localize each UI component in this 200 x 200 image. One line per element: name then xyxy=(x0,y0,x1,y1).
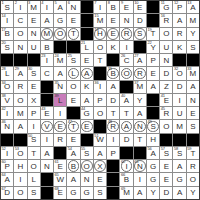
cell-letter: G xyxy=(70,188,76,199)
cell-number: 68 xyxy=(55,187,59,192)
cell-13-8[interactable]: X xyxy=(94,160,106,172)
cell-13-13[interactable]: E xyxy=(160,160,172,172)
cell-10-15[interactable]: S xyxy=(187,120,199,132)
cell-number: 19 xyxy=(147,28,151,33)
cell-6-13[interactable]: D xyxy=(160,67,172,79)
cell-3-2[interactable]: O xyxy=(14,28,26,40)
cell-11-12[interactable]: H xyxy=(147,134,159,146)
cell-letter: E xyxy=(124,3,129,14)
cell-number: 41 xyxy=(161,94,165,99)
cell-number: 56 xyxy=(147,147,151,152)
cell-3-1[interactable]: 17B xyxy=(1,28,13,40)
cell-13-2[interactable]: H xyxy=(14,160,26,172)
cell-9-13[interactable]: 45R xyxy=(160,107,172,119)
cell-letter: H xyxy=(150,135,156,146)
cell-7-13[interactable]: Z xyxy=(160,81,172,93)
cell-letter: T xyxy=(71,29,76,40)
cell-4-12[interactable]: 22Y xyxy=(147,41,159,53)
cell-3-12[interactable]: 19T xyxy=(147,28,159,40)
cell-letter: E xyxy=(71,135,76,146)
cell-2-3[interactable]: E xyxy=(28,14,40,26)
cell-6-1[interactable]: 28L xyxy=(1,67,13,79)
cell-8-6[interactable]: E xyxy=(67,94,79,106)
cell-9-1[interactable]: 42I xyxy=(1,107,13,119)
cell-8-15[interactable]: N xyxy=(187,94,199,106)
cell-letter: I xyxy=(59,109,61,120)
cell-15-6[interactable]: G xyxy=(67,187,79,199)
cell-3-3[interactable]: N xyxy=(28,28,40,40)
cell-letter: O xyxy=(163,29,169,40)
cell-11-9[interactable]: I xyxy=(107,134,119,146)
cell-15-15[interactable]: Y xyxy=(187,187,199,199)
cell-9-5[interactable]: I xyxy=(54,107,66,119)
cell-3-5[interactable]: O xyxy=(54,28,66,40)
cell-9-3[interactable]: P xyxy=(28,107,40,119)
cell-15-13[interactable]: D xyxy=(160,187,172,199)
cell-number: 54 xyxy=(68,147,72,152)
cell-10-7[interactable]: E xyxy=(81,120,93,132)
cell-15-5[interactable]: 68E xyxy=(54,187,66,199)
cell-14-12[interactable]: G xyxy=(147,173,159,185)
cell-5-5[interactable]: 24M xyxy=(54,54,66,66)
cell-3-4[interactable]: M xyxy=(41,28,53,40)
cell-letter: R xyxy=(18,82,24,93)
cell-11-8[interactable]: 51W xyxy=(94,134,106,146)
cell-letter: I xyxy=(6,149,8,160)
cell-letter: E xyxy=(31,82,36,93)
cell-number: 25 xyxy=(68,54,72,59)
block-12-5 xyxy=(54,147,66,159)
cell-11-11[interactable]: T xyxy=(134,134,146,146)
block-15-9 xyxy=(107,187,119,199)
cell-14-11[interactable]: I xyxy=(134,173,146,185)
cell-9-10[interactable]: T xyxy=(120,107,132,119)
cell-6-12[interactable]: E xyxy=(147,67,159,79)
cell-letter: N xyxy=(190,96,196,107)
cell-14-1[interactable]: 64A xyxy=(1,173,13,185)
cell-10-11[interactable]: N xyxy=(134,120,146,132)
cell-12-1[interactable]: 52I xyxy=(1,147,13,159)
cell-10-4[interactable]: V xyxy=(41,120,53,132)
cell-letter: E xyxy=(150,69,155,80)
cell-15-1[interactable]: 67D xyxy=(1,187,13,199)
cell-3-13[interactable]: O xyxy=(160,28,172,40)
cell-7-8[interactable]: 36I xyxy=(94,81,106,93)
cell-number: 38 xyxy=(2,94,6,99)
cell-2-13[interactable]: 16R xyxy=(160,14,172,26)
cell-1-1[interactable]: 1S xyxy=(1,1,13,13)
block-5-15 xyxy=(187,54,199,66)
cell-14-14[interactable]: G xyxy=(173,173,185,185)
cell-1-3[interactable]: 3M xyxy=(28,1,40,13)
cell-9-9[interactable]: T xyxy=(107,107,119,119)
cell-14-7[interactable]: N xyxy=(81,173,93,185)
cell-6-10[interactable]: O xyxy=(120,67,132,79)
cell-number: 22 xyxy=(147,41,151,46)
cell-15-3[interactable]: S xyxy=(28,187,40,199)
cell-number: 51 xyxy=(94,134,98,139)
cell-12-7[interactable]: 55S xyxy=(81,147,93,159)
cell-number: 63 xyxy=(134,160,138,165)
cell-letter: I xyxy=(125,43,127,54)
cell-14-2[interactable]: I xyxy=(14,173,26,185)
cell-letter: A xyxy=(150,82,155,93)
cell-number: 20 xyxy=(2,41,6,46)
cell-number: 26 xyxy=(121,54,125,59)
cell-letter: P xyxy=(111,149,116,160)
cell-7-11[interactable]: 37M xyxy=(134,81,146,93)
cell-letter: A xyxy=(190,82,195,93)
cell-number: 31 xyxy=(108,67,112,72)
cell-6-7[interactable]: A xyxy=(81,67,93,79)
cell-6-11[interactable]: R xyxy=(134,67,146,79)
cell-14-8[interactable]: E xyxy=(94,173,106,185)
cell-13-4[interactable]: N xyxy=(41,160,53,172)
block-5-9 xyxy=(107,54,119,66)
cell-letter: K xyxy=(84,82,89,93)
cell-letter: X xyxy=(97,162,102,173)
cell-15-14[interactable]: A xyxy=(173,187,185,199)
cell-4-3[interactable]: U xyxy=(28,41,40,53)
cell-letter: I xyxy=(112,135,114,146)
cell-letter: S xyxy=(31,188,36,199)
cell-number: 16 xyxy=(161,14,165,19)
cell-12-2[interactable]: 53O xyxy=(14,147,26,159)
cell-letter: O xyxy=(17,29,23,40)
cell-number: 40 xyxy=(121,94,125,99)
cell-14-15[interactable]: O xyxy=(187,173,199,185)
cell-number: 43 xyxy=(41,107,45,112)
cell-3-14[interactable]: R xyxy=(173,28,185,40)
cell-letter: Y xyxy=(150,188,155,199)
cell-10-6[interactable]: 47T xyxy=(67,120,79,132)
cell-10-13[interactable]: O xyxy=(160,120,172,132)
cell-11-6[interactable]: E xyxy=(67,134,79,146)
cell-number: 12 xyxy=(174,1,178,6)
cell-10-10[interactable]: A xyxy=(120,120,132,132)
cell-9-7[interactable]: 44G xyxy=(81,107,93,119)
cell-8-3[interactable]: X xyxy=(28,94,40,106)
cell-10-2[interactable]: A xyxy=(14,120,26,132)
cell-5-12[interactable]: P xyxy=(147,54,159,66)
cell-10-12[interactable]: 49S xyxy=(147,120,159,132)
cell-7-1[interactable]: 34O xyxy=(1,81,13,93)
cell-number: 47 xyxy=(68,120,72,125)
cell-6-14[interactable]: 32O xyxy=(173,67,185,79)
cell-number: 67 xyxy=(2,187,6,192)
cell-5-6[interactable]: 25S xyxy=(67,54,79,66)
cell-2-5[interactable]: G xyxy=(54,14,66,26)
cell-letter: L xyxy=(85,43,89,54)
cell-letter: L xyxy=(71,69,75,80)
cell-number: 7 xyxy=(94,1,96,6)
cell-5-7[interactable]: E xyxy=(81,54,93,66)
cell-15-11[interactable]: A xyxy=(134,187,146,199)
cell-4-8[interactable]: O xyxy=(94,41,106,53)
cell-letter: O xyxy=(31,162,37,173)
cell-2-15[interactable]: M xyxy=(187,14,199,26)
cell-12-13[interactable]: 57S xyxy=(160,147,172,159)
cell-number: 69 xyxy=(121,187,125,192)
cell-7-5[interactable]: 35N xyxy=(54,81,66,93)
cell-5-11[interactable]: 27A xyxy=(134,54,146,66)
cell-number: 32 xyxy=(174,67,178,72)
cell-14-5[interactable]: 65W xyxy=(54,173,66,185)
cell-letter: D xyxy=(137,16,143,27)
cell-letter: E xyxy=(164,175,169,186)
cell-12-14[interactable]: 58S xyxy=(173,147,185,159)
cell-15-2[interactable]: O xyxy=(14,187,26,199)
cell-14-3[interactable]: L xyxy=(28,173,40,185)
cell-12-9[interactable]: P xyxy=(107,147,119,159)
cell-13-12[interactable]: G xyxy=(147,160,159,172)
cell-13-15[interactable]: R xyxy=(187,160,199,172)
cell-number: 35 xyxy=(55,81,59,86)
cell-letter: C xyxy=(18,16,24,27)
cell-8-10[interactable]: 40A xyxy=(120,94,132,106)
cell-letter: M xyxy=(30,3,37,14)
cell-8-9[interactable]: D xyxy=(107,94,119,106)
cell-3-15[interactable]: Y xyxy=(187,28,199,40)
cell-number: 58 xyxy=(174,147,178,152)
cell-13-10[interactable]: 62I xyxy=(120,160,132,172)
cell-4-7[interactable]: 21L xyxy=(81,41,93,53)
cell-9-4[interactable]: 43E xyxy=(41,107,53,119)
cell-4-15[interactable]: S xyxy=(187,41,199,53)
cell-letter: E xyxy=(111,16,116,27)
cell-4-10[interactable]: I xyxy=(120,41,132,53)
block-13-9 xyxy=(107,160,119,172)
cell-1-15[interactable]: 13A xyxy=(187,1,199,13)
cell-letter: K xyxy=(177,43,182,54)
cell-5-8[interactable]: T xyxy=(94,54,106,66)
cell-2-6[interactable]: E xyxy=(67,14,79,26)
cell-letter: E xyxy=(71,16,76,27)
cell-6-6[interactable]: L xyxy=(67,67,79,79)
block-8-12 xyxy=(147,94,159,106)
cell-8-14[interactable]: I xyxy=(173,94,185,106)
cell-13-5[interactable]: 61E xyxy=(54,160,66,172)
cell-3-11[interactable]: S xyxy=(134,28,146,40)
cell-15-12[interactable]: Y xyxy=(147,187,159,199)
cell-letter: H xyxy=(18,162,24,173)
cell-2-9[interactable]: E xyxy=(107,14,119,26)
cell-5-10[interactable]: 26C xyxy=(120,54,132,66)
cell-13-7[interactable]: O xyxy=(81,160,93,172)
cell-9-11[interactable]: A xyxy=(134,107,146,119)
cell-9-2[interactable]: M xyxy=(14,107,26,119)
cell-7-12[interactable]: A xyxy=(147,81,159,93)
cell-letter: P xyxy=(97,96,102,107)
block-11-14 xyxy=(173,134,185,146)
cell-6-2[interactable]: 29A xyxy=(14,67,26,79)
cell-13-3[interactable]: O xyxy=(28,160,40,172)
cell-1-6[interactable]: 6N xyxy=(67,1,79,13)
cell-10-5[interactable]: E xyxy=(54,120,66,132)
cell-letter: I xyxy=(178,96,180,107)
cell-1-13[interactable]: 11G xyxy=(160,1,172,13)
block-10-8 xyxy=(94,120,106,132)
cell-8-5[interactable]: 39L xyxy=(54,94,66,106)
cell-letter: A xyxy=(44,149,49,160)
cell-4-4[interactable]: B xyxy=(41,41,53,53)
cell-letter: E xyxy=(58,122,63,133)
cell-8-13[interactable]: 41E xyxy=(160,94,172,106)
cell-letter: U xyxy=(163,43,169,54)
cell-4-1[interactable]: 20S xyxy=(1,41,13,53)
cell-8-11[interactable]: Y xyxy=(134,94,146,106)
cell-7-15[interactable]: A xyxy=(187,81,199,93)
cell-1-11[interactable]: 10E xyxy=(134,1,146,13)
cell-letter: V xyxy=(44,122,49,133)
cell-2-1[interactable]: 14I xyxy=(1,14,13,26)
cell-12-3[interactable]: T xyxy=(28,147,40,159)
cell-letter: C xyxy=(44,69,50,80)
cell-2-8[interactable]: 15M xyxy=(94,14,106,26)
cell-11-4[interactable]: I xyxy=(41,134,53,146)
cell-9-15[interactable]: E xyxy=(187,107,199,119)
block-4-6 xyxy=(67,41,79,53)
cell-15-8[interactable]: S xyxy=(94,187,106,199)
cell-6-9[interactable]: 31B xyxy=(107,67,119,79)
cell-3-6[interactable]: T xyxy=(67,28,79,40)
cell-7-3[interactable]: E xyxy=(28,81,40,93)
cell-2-4[interactable]: A xyxy=(41,14,53,26)
cell-letter: P xyxy=(150,56,155,67)
cell-number: 39 xyxy=(55,94,59,99)
cell-number: 9 xyxy=(121,1,123,6)
cell-letter: O xyxy=(123,69,129,80)
block-4-11 xyxy=(134,41,146,53)
cell-letter: O xyxy=(70,82,76,93)
cell-3-9[interactable]: E xyxy=(107,28,119,40)
cell-13-11[interactable]: 63N xyxy=(134,160,146,172)
cell-number: 1 xyxy=(2,1,4,6)
block-14-9 xyxy=(107,173,119,185)
cell-12-6[interactable]: 54A xyxy=(67,147,79,159)
cell-letter: N xyxy=(163,56,169,67)
cell-14-13[interactable]: E xyxy=(160,173,172,185)
cell-5-4[interactable]: 23I xyxy=(41,54,53,66)
cell-2-2[interactable]: C xyxy=(14,14,26,26)
cell-11-5[interactable]: R xyxy=(54,134,66,146)
cell-1-4[interactable]: 4I xyxy=(41,1,53,13)
cell-5-13[interactable]: N xyxy=(160,54,172,66)
cell-2-14[interactable]: A xyxy=(173,14,185,26)
cell-letter: A xyxy=(124,122,129,133)
block-5-1 xyxy=(1,54,13,66)
cell-3-10[interactable]: R xyxy=(120,28,132,40)
cell-8-1[interactable]: 38V xyxy=(1,94,13,106)
cell-number: 37 xyxy=(134,81,138,86)
cell-11-10[interactable]: D xyxy=(120,134,132,146)
cell-4-14[interactable]: K xyxy=(173,41,185,53)
cell-1-5[interactable]: 5A xyxy=(54,1,66,13)
cell-8-2[interactable]: O xyxy=(14,94,26,106)
block-9-6 xyxy=(67,107,79,119)
cell-15-10[interactable]: 69M xyxy=(120,187,132,199)
cell-number: 44 xyxy=(81,107,85,112)
block-4-5 xyxy=(54,41,66,53)
cell-6-3[interactable]: 30S xyxy=(28,67,40,79)
cell-6-15[interactable]: 33M xyxy=(187,67,199,79)
cell-number: 13 xyxy=(187,1,191,6)
cell-number: 36 xyxy=(94,81,98,86)
cell-10-1[interactable]: 46N xyxy=(1,120,13,132)
cell-number: 5 xyxy=(55,1,57,6)
cell-7-9[interactable]: A xyxy=(107,81,119,93)
cell-12-15[interactable]: 59T xyxy=(187,147,199,159)
cell-1-9[interactable]: 8B xyxy=(107,1,119,13)
cell-letter: N xyxy=(18,43,24,54)
cell-13-1[interactable]: 60P xyxy=(1,160,13,172)
cell-1-14[interactable]: 12P xyxy=(173,1,185,13)
cell-6-5[interactable]: A xyxy=(54,67,66,79)
cell-number: 62 xyxy=(121,160,125,165)
cell-4-9[interactable]: K xyxy=(107,41,119,53)
cell-14-6[interactable]: A xyxy=(67,173,79,185)
cell-letter: N xyxy=(31,29,37,40)
cell-9-8[interactable]: O xyxy=(94,107,106,119)
cell-letter: E xyxy=(97,175,102,186)
cell-8-8[interactable]: P xyxy=(94,94,106,106)
cell-letter: N xyxy=(44,162,50,173)
cell-letter: I xyxy=(46,135,48,146)
cell-letter: T xyxy=(98,56,103,67)
cell-6-4[interactable]: C xyxy=(41,67,53,79)
cell-7-6[interactable]: O xyxy=(67,81,79,93)
cell-10-9[interactable]: 48R xyxy=(107,120,119,132)
cell-12-12[interactable]: 56A xyxy=(147,147,159,159)
cell-3-8[interactable]: 18H xyxy=(94,28,106,40)
cell-1-2[interactable]: 2I xyxy=(14,1,26,13)
cell-15-7[interactable]: G xyxy=(81,187,93,199)
cell-letter: E xyxy=(164,162,169,173)
block-7-4 xyxy=(41,81,53,93)
cell-letter: A xyxy=(18,122,23,133)
cell-13-6[interactable]: B xyxy=(67,160,79,172)
block-8-4 xyxy=(41,94,53,106)
cell-letter: I xyxy=(33,122,35,133)
cell-4-2[interactable]: N xyxy=(14,41,26,53)
cell-13-14[interactable]: A xyxy=(173,160,185,172)
cell-letter: I xyxy=(46,3,48,14)
cell-9-14[interactable]: U xyxy=(173,107,185,119)
block-3-7 xyxy=(81,28,93,40)
cell-number: 17 xyxy=(2,28,6,33)
cell-7-2[interactable]: R xyxy=(14,81,26,93)
cell-10-3[interactable]: I xyxy=(28,120,40,132)
cell-11-3[interactable]: 50S xyxy=(28,134,40,146)
cell-1-8[interactable]: 7I xyxy=(94,1,106,13)
cell-2-11[interactable]: D xyxy=(134,14,146,26)
cell-12-8[interactable]: A xyxy=(94,147,106,159)
block-11-15 xyxy=(187,134,199,146)
cell-8-7[interactable]: A xyxy=(81,94,93,106)
cell-14-10[interactable]: 66B xyxy=(120,173,132,185)
cell-10-14[interactable]: M xyxy=(173,120,185,132)
cell-7-7[interactable]: K xyxy=(81,81,93,93)
cell-2-10[interactable]: N xyxy=(120,14,132,26)
cell-letter: B xyxy=(44,43,49,54)
cell-4-13[interactable]: U xyxy=(160,41,172,53)
cell-letter: I xyxy=(46,56,48,67)
cell-7-14[interactable]: D xyxy=(173,81,185,93)
cell-12-4[interactable]: A xyxy=(41,147,53,159)
cell-letter: Y xyxy=(190,29,195,40)
cell-1-10[interactable]: 9E xyxy=(120,1,132,13)
cell-letter: A xyxy=(137,188,142,199)
